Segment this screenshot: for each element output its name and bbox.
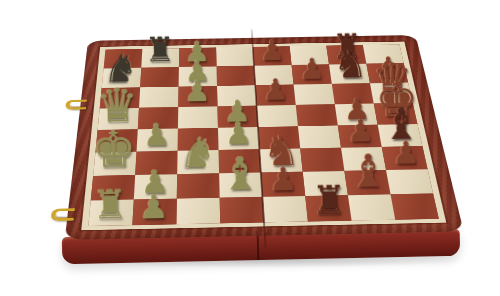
square-h3: ♟	[382, 146, 428, 170]
piece-copper-pawn: ♟	[299, 55, 325, 83]
piece-copper-pawn: ♟	[260, 37, 286, 64]
square-f3	[300, 148, 344, 172]
square-e5	[257, 105, 298, 127]
square-f5	[296, 104, 338, 126]
square-c6: ♟	[178, 86, 217, 107]
square-f1: ♜	[305, 195, 351, 221]
square-c1	[176, 198, 220, 225]
square-a1: ♜	[88, 200, 134, 227]
square-e2: ♟	[261, 172, 305, 197]
square-b4: ♟	[137, 129, 178, 152]
square-c5	[178, 106, 218, 128]
square-e8: ♟	[253, 46, 292, 65]
piece-copper-pawn: ♟	[392, 138, 420, 168]
front-fold-seam	[257, 233, 260, 260]
piece-brass-pawn: ♟	[225, 119, 253, 149]
piece-copper-pawn: ♟	[269, 164, 298, 195]
piece-brass-rook: ♜	[144, 34, 175, 67]
square-b1: ♟	[132, 199, 176, 226]
square-e6: ♟	[255, 85, 295, 106]
piece-brass-knight: ♞	[179, 132, 217, 172]
square-g2: ♝	[344, 170, 390, 195]
piece-copper-pawn: ♟	[347, 116, 375, 146]
latch-top-icon	[65, 100, 87, 110]
square-h2	[386, 169, 433, 194]
square-c2	[177, 173, 220, 198]
piece-copper-knight: ♞	[333, 45, 368, 82]
piece-copper-bishop: ♝	[348, 150, 389, 193]
square-a3: ♚	[93, 152, 136, 176]
square-b6	[139, 87, 179, 108]
latch-bottom-icon	[50, 208, 74, 221]
square-d2: ♝	[219, 173, 262, 198]
square-c3: ♞	[177, 150, 219, 174]
square-f4	[298, 125, 341, 148]
square-b8: ♜	[141, 48, 179, 68]
square-d1	[220, 197, 264, 223]
piece-copper-pawn: ♟	[262, 76, 289, 104]
square-d8	[216, 47, 254, 66]
piece-brass-bishop: ♝	[220, 152, 261, 195]
square-h1	[391, 193, 439, 219]
piece-brass-pawn: ♟	[139, 191, 169, 223]
piece-copper-rook: ♜	[311, 181, 347, 219]
piece-brass-pawn: ♟	[184, 77, 211, 105]
square-b7	[140, 67, 179, 87]
square-g7: ♞	[329, 64, 370, 84]
square-e1	[262, 196, 307, 222]
square-f6	[294, 84, 335, 105]
piece-brass-pawn: ♟	[143, 120, 171, 150]
chess-board: ♜♟♟♜♞♟♟♞♟♟♟♛♛♟♟♚♟♟♟♝♚♞♞♟♟♝♟♝♜♟♜	[65, 35, 464, 240]
square-g1	[348, 194, 395, 220]
piece-brass-rook: ♜	[92, 186, 128, 224]
square-f7: ♟	[292, 64, 332, 84]
product-photo: ♜♟♟♜♞♟♟♞♟♟♟♛♛♟♟♚♟♟♟♝♚♞♞♟♟♝♟♝♜♟♜	[0, 0, 500, 296]
square-d7	[217, 66, 256, 86]
piece-brass-king: ♚	[91, 126, 137, 175]
